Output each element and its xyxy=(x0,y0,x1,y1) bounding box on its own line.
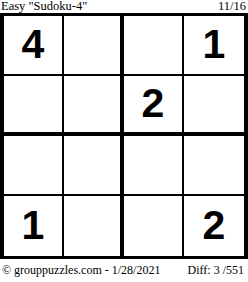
cell-r4c3[interactable] xyxy=(124,196,184,256)
cell-r4c4[interactable]: 2 xyxy=(184,196,244,256)
cell-r3c4[interactable] xyxy=(184,136,244,196)
copyright-text: © grouppuzzles.com - 1/28/2021 xyxy=(2,264,160,277)
cell-r1c1[interactable]: 4 xyxy=(4,16,64,76)
cell-r2c1[interactable] xyxy=(4,76,64,136)
footer: © grouppuzzles.com - 1/28/2021 Diff: 3 /… xyxy=(0,259,248,277)
puzzle-page: Easy "Sudoku-4" 11/16 41212 © grouppuzzl… xyxy=(0,0,248,282)
puzzle-number: 11/16 xyxy=(218,0,246,13)
cell-r4c1[interactable]: 1 xyxy=(4,196,64,256)
cell-r2c4[interactable] xyxy=(184,76,244,136)
cell-r2c3[interactable]: 2 xyxy=(124,76,184,136)
cell-r1c4[interactable]: 1 xyxy=(184,16,244,76)
page-title: Easy "Sudoku-4" xyxy=(1,0,87,13)
difficulty-text: Diff: 3 /551 xyxy=(188,264,244,277)
cell-r2c2[interactable] xyxy=(64,76,124,136)
cell-r3c1[interactable] xyxy=(4,136,64,196)
cell-r3c3[interactable] xyxy=(124,136,184,196)
cell-r1c2[interactable] xyxy=(64,16,124,76)
cell-r4c2[interactable] xyxy=(64,196,124,256)
sudoku-board: 41212 xyxy=(0,13,248,259)
header: Easy "Sudoku-4" 11/16 xyxy=(0,0,248,13)
cell-r3c2[interactable] xyxy=(64,136,124,196)
cell-r1c3[interactable] xyxy=(124,16,184,76)
